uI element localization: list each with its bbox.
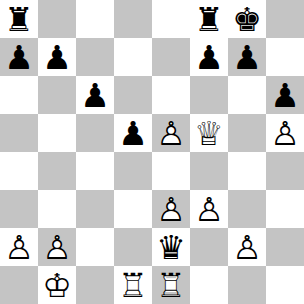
square-d1[interactable]: ♜♖ — [114, 266, 152, 304]
square-b5[interactable] — [38, 114, 76, 152]
square-g6[interactable] — [228, 76, 266, 114]
white-rook-piece-fill: ♜ — [114, 266, 152, 304]
square-c8[interactable] — [76, 0, 114, 38]
square-b8[interactable] — [38, 0, 76, 38]
black-pawn-piece: ♟ — [114, 114, 152, 152]
square-h8[interactable] — [266, 0, 304, 38]
white-pawn-piece: ♙ — [38, 228, 76, 266]
white-rook-piece: ♖ — [114, 266, 152, 304]
square-g5[interactable] — [228, 114, 266, 152]
white-pawn-piece: ♙ — [266, 114, 304, 152]
square-f5[interactable]: ♛♕ — [190, 114, 228, 152]
square-d3[interactable] — [114, 190, 152, 228]
black-queen-piece: ♛ — [152, 228, 190, 266]
square-c2[interactable] — [76, 228, 114, 266]
black-pawn-piece: ♟ — [76, 76, 114, 114]
square-e4[interactable] — [152, 152, 190, 190]
square-h5[interactable]: ♟♙ — [266, 114, 304, 152]
square-c7[interactable] — [76, 38, 114, 76]
square-f1[interactable] — [190, 266, 228, 304]
square-c1[interactable] — [76, 266, 114, 304]
black-rook-piece: ♜ — [0, 0, 38, 38]
black-pawn-piece: ♟ — [38, 38, 76, 76]
square-d8[interactable] — [114, 0, 152, 38]
white-pawn-piece-fill: ♟ — [38, 228, 76, 266]
black-pawn-piece: ♟ — [266, 76, 304, 114]
square-g4[interactable] — [228, 152, 266, 190]
white-pawn-piece: ♙ — [0, 228, 38, 266]
white-pawn-piece-fill: ♟ — [190, 190, 228, 228]
white-pawn-piece: ♙ — [152, 114, 190, 152]
square-b6[interactable] — [38, 76, 76, 114]
square-a8[interactable]: ♜ — [0, 0, 38, 38]
square-e7[interactable] — [152, 38, 190, 76]
square-f8[interactable]: ♜ — [190, 0, 228, 38]
white-pawn-piece-fill: ♟ — [152, 190, 190, 228]
square-c4[interactable] — [76, 152, 114, 190]
square-c3[interactable] — [76, 190, 114, 228]
square-b7[interactable]: ♟ — [38, 38, 76, 76]
square-f2[interactable] — [190, 228, 228, 266]
square-e2[interactable]: ♛ — [152, 228, 190, 266]
square-a7[interactable]: ♟ — [0, 38, 38, 76]
square-e6[interactable] — [152, 76, 190, 114]
chess-board: ♜♜♚♟♟♟♟♟♟♟♟♙♛♕♟♙♟♙♟♙♟♙♟♙♛♟♙♚♔♜♖♜♖ — [0, 0, 304, 304]
square-b2[interactable]: ♟♙ — [38, 228, 76, 266]
black-king-piece: ♚ — [228, 0, 266, 38]
white-pawn-piece: ♙ — [228, 228, 266, 266]
square-g2[interactable]: ♟♙ — [228, 228, 266, 266]
square-a1[interactable] — [0, 266, 38, 304]
square-g8[interactable]: ♚ — [228, 0, 266, 38]
square-e5[interactable]: ♟♙ — [152, 114, 190, 152]
square-d4[interactable] — [114, 152, 152, 190]
black-pawn-piece: ♟ — [190, 38, 228, 76]
white-pawn-piece: ♙ — [190, 190, 228, 228]
square-h6[interactable]: ♟ — [266, 76, 304, 114]
square-h7[interactable] — [266, 38, 304, 76]
square-f4[interactable] — [190, 152, 228, 190]
white-pawn-piece-fill: ♟ — [266, 114, 304, 152]
square-a5[interactable] — [0, 114, 38, 152]
square-b3[interactable] — [38, 190, 76, 228]
square-b1[interactable]: ♚♔ — [38, 266, 76, 304]
square-h3[interactable] — [266, 190, 304, 228]
square-d2[interactable] — [114, 228, 152, 266]
white-queen-piece: ♕ — [190, 114, 228, 152]
square-f3[interactable]: ♟♙ — [190, 190, 228, 228]
square-a3[interactable] — [0, 190, 38, 228]
square-a6[interactable] — [0, 76, 38, 114]
square-d5[interactable]: ♟ — [114, 114, 152, 152]
white-king-piece-fill: ♚ — [38, 266, 76, 304]
white-pawn-piece-fill: ♟ — [228, 228, 266, 266]
square-d6[interactable] — [114, 76, 152, 114]
square-b4[interactable] — [38, 152, 76, 190]
white-pawn-piece-fill: ♟ — [152, 114, 190, 152]
square-a2[interactable]: ♟♙ — [0, 228, 38, 266]
white-queen-piece-fill: ♛ — [190, 114, 228, 152]
white-rook-piece-fill: ♜ — [152, 266, 190, 304]
white-king-piece: ♔ — [38, 266, 76, 304]
white-rook-piece: ♖ — [152, 266, 190, 304]
black-pawn-piece: ♟ — [228, 38, 266, 76]
square-h4[interactable] — [266, 152, 304, 190]
square-f6[interactable] — [190, 76, 228, 114]
black-pawn-piece: ♟ — [0, 38, 38, 76]
square-f7[interactable]: ♟ — [190, 38, 228, 76]
square-g7[interactable]: ♟ — [228, 38, 266, 76]
square-d7[interactable] — [114, 38, 152, 76]
square-g1[interactable] — [228, 266, 266, 304]
square-c5[interactable] — [76, 114, 114, 152]
square-h2[interactable] — [266, 228, 304, 266]
square-a4[interactable] — [0, 152, 38, 190]
square-h1[interactable] — [266, 266, 304, 304]
square-c6[interactable]: ♟ — [76, 76, 114, 114]
white-pawn-piece: ♙ — [152, 190, 190, 228]
black-rook-piece: ♜ — [190, 0, 228, 38]
square-e8[interactable] — [152, 0, 190, 38]
white-pawn-piece-fill: ♟ — [0, 228, 38, 266]
square-e3[interactable]: ♟♙ — [152, 190, 190, 228]
square-e1[interactable]: ♜♖ — [152, 266, 190, 304]
square-g3[interactable] — [228, 190, 266, 228]
